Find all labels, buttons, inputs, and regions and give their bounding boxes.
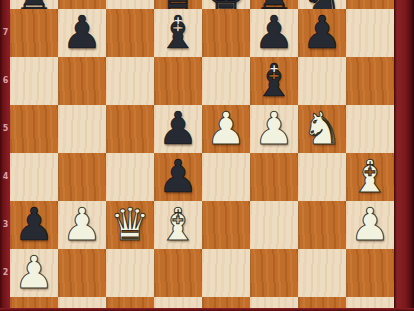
rank-label-3: 3 [1,220,10,230]
square-d8[interactable]: ♛ [154,0,202,9]
square-e2[interactable] [202,249,250,297]
square-g6[interactable] [298,57,346,105]
rank-label-6: 6 [1,76,10,86]
square-f4[interactable] [250,153,298,201]
square-b5[interactable] [58,105,106,153]
square-h8[interactable] [346,0,394,9]
piece-black-pawn: ♟ [298,9,346,57]
piece-black-pawn: ♟ [154,105,202,153]
piece-black-rook: ♜ [250,0,298,9]
square-d2[interactable] [154,249,202,297]
square-c3[interactable]: ♛ [106,201,154,249]
square-f2[interactable] [250,249,298,297]
square-b3[interactable]: ♟ [58,201,106,249]
square-e6[interactable] [202,57,250,105]
board-border-left: 765432 [0,0,10,311]
square-a8[interactable]: ♜ [10,0,58,9]
square-g2[interactable] [298,249,346,297]
square-f3[interactable] [250,201,298,249]
chess-board-diagram: ♜♛♚♜♞♟♝+♟♟♝+♟♟♟♞♟♝+♟♟♛♝+♟♟ 765432 [0,0,414,311]
piece-black-pawn: ♟ [250,9,298,57]
piece-black-knight: ♞ [298,0,346,9]
square-b7[interactable]: ♟ [58,9,106,57]
piece-white-queen: ♛ [106,201,154,249]
square-e3[interactable] [202,201,250,249]
square-g4[interactable] [298,153,346,201]
square-e7[interactable] [202,9,250,57]
square-h2[interactable] [346,249,394,297]
square-c4[interactable] [106,153,154,201]
chess-board: ♜♛♚♜♞♟♝+♟♟♝+♟♟♟♞♟♝+♟♟♛♝+♟♟ [10,0,394,311]
piece-white-bishop: ♝ [154,201,202,249]
piece-white-pawn: ♟ [250,105,298,153]
square-h7[interactable] [346,9,394,57]
square-f8[interactable]: ♜ [250,0,298,9]
square-d5[interactable]: ♟ [154,105,202,153]
square-a7[interactable] [10,9,58,57]
rank-label-2: 2 [1,268,10,278]
square-e5[interactable]: ♟ [202,105,250,153]
square-b6[interactable] [58,57,106,105]
board-border-right [394,0,414,311]
piece-white-knight: ♞ [298,105,346,153]
piece-black-bishop: ♝ [154,9,202,57]
square-c6[interactable] [106,57,154,105]
rank-label-5: 5 [1,124,10,134]
square-a2[interactable]: ♟ [10,249,58,297]
square-f5[interactable]: ♟ [250,105,298,153]
rank-label-4: 4 [1,172,10,182]
square-h4[interactable]: ♝+ [346,153,394,201]
square-c8[interactable] [106,0,154,9]
piece-black-bishop: ♝ [250,57,298,105]
square-g5[interactable]: ♞ [298,105,346,153]
square-c5[interactable] [106,105,154,153]
square-d4[interactable]: ♟ [154,153,202,201]
square-a4[interactable] [10,153,58,201]
square-d3[interactable]: ♝+ [154,201,202,249]
piece-black-rook: ♜ [10,0,58,9]
piece-white-pawn: ♟ [202,105,250,153]
square-a5[interactable] [10,105,58,153]
piece-white-pawn: ♟ [346,201,394,249]
piece-white-pawn: ♟ [10,249,58,297]
square-h3[interactable]: ♟ [346,201,394,249]
piece-white-pawn: ♟ [58,201,106,249]
rank-label-7: 7 [1,28,10,38]
square-c7[interactable] [106,9,154,57]
square-d7[interactable]: ♝+ [154,9,202,57]
square-b2[interactable] [58,249,106,297]
square-h6[interactable] [346,57,394,105]
piece-black-pawn: ♟ [58,9,106,57]
square-b4[interactable] [58,153,106,201]
square-g7[interactable]: ♟ [298,9,346,57]
square-a3[interactable]: ♟ [10,201,58,249]
square-f7[interactable]: ♟ [250,9,298,57]
square-e4[interactable] [202,153,250,201]
piece-black-pawn: ♟ [10,201,58,249]
square-d6[interactable] [154,57,202,105]
square-g8[interactable]: ♞ [298,0,346,9]
square-c2[interactable] [106,249,154,297]
square-f6[interactable]: ♝+ [250,57,298,105]
square-a6[interactable] [10,57,58,105]
piece-black-pawn: ♟ [154,153,202,201]
piece-black-king: ♚ [202,0,250,9]
square-h5[interactable] [346,105,394,153]
square-g3[interactable] [298,201,346,249]
piece-black-queen: ♛ [154,0,202,9]
square-b8[interactable] [58,0,106,9]
piece-white-bishop: ♝ [346,153,394,201]
square-e8[interactable]: ♚ [202,0,250,9]
